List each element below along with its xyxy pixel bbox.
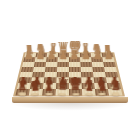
piece-far-pawn[interactable]: ♟ (80, 51, 91, 62)
square-f1[interactable]: ♝ (82, 89, 96, 95)
square-e1[interactable]: ♚ (69, 89, 82, 95)
piece-near-bishop[interactable]: ♝ (42, 79, 56, 95)
square-c1[interactable]: ♝ (42, 89, 56, 95)
chess-board: ♜♞♝♛♚♝♞♜♟♟♟♟♟♟♟♟♟♟♟♟♟♟♟♟♜♞♝♛♚♝♞♜ (13, 52, 125, 96)
rook-glyph-icon: ♜ (17, 78, 27, 94)
square-b7[interactable]: ♟ (35, 57, 47, 62)
square-d7[interactable]: ♟ (58, 57, 69, 62)
square-c6[interactable] (46, 62, 58, 67)
piece-near-knight[interactable]: ♞ (28, 80, 42, 96)
pawn-glyph-icon: ♟ (69, 47, 79, 62)
pawn-glyph-icon: ♟ (46, 47, 56, 62)
piece-near-knight[interactable]: ♞ (95, 80, 109, 95)
pawn-glyph-icon: ♟ (93, 47, 103, 62)
square-d6[interactable] (57, 62, 69, 67)
queen-glyph-icon: ♛ (56, 74, 70, 95)
pawn-glyph-icon: ♟ (24, 47, 34, 62)
square-g7[interactable]: ♟ (91, 57, 103, 62)
square-b1[interactable]: ♞ (29, 89, 43, 95)
chess-set-photo: ♜♞♝♛♚♝♞♜♟♟♟♟♟♟♟♟♟♟♟♟♟♟♟♟♜♞♝♛♚♝♞♜ (0, 0, 140, 140)
piece-far-pawn[interactable]: ♟ (68, 50, 80, 62)
piece-near-rook[interactable]: ♜ (16, 81, 29, 95)
piece-near-queen[interactable]: ♛ (55, 78, 71, 96)
square-g6[interactable] (92, 62, 104, 67)
square-h6[interactable] (103, 62, 116, 67)
piece-near-rook[interactable]: ♜ (110, 81, 123, 95)
square-c7[interactable]: ♟ (46, 57, 58, 62)
square-b6[interactable] (34, 62, 46, 67)
piece-far-pawn[interactable]: ♟ (23, 50, 35, 62)
pawn-glyph-icon: ♟ (59, 47, 69, 62)
square-e7[interactable]: ♟ (69, 57, 80, 62)
square-d1[interactable]: ♛ (56, 89, 69, 95)
pawn-glyph-icon: ♟ (104, 47, 114, 62)
knight-glyph-icon: ♞ (96, 76, 107, 94)
bishop-glyph-icon: ♝ (43, 75, 55, 94)
square-a6[interactable] (22, 62, 35, 67)
pawn-glyph-icon: ♟ (36, 47, 46, 62)
piece-far-pawn[interactable]: ♟ (46, 50, 58, 62)
board-front-edge (12, 97, 128, 103)
square-f6[interactable] (80, 62, 92, 67)
square-g1[interactable]: ♞ (95, 89, 109, 95)
square-e6[interactable] (69, 62, 81, 67)
square-h1[interactable]: ♜ (108, 89, 122, 95)
pawn-glyph-icon: ♟ (81, 47, 90, 62)
square-h7[interactable]: ♟ (102, 57, 114, 62)
square-a7[interactable]: ♟ (23, 57, 35, 62)
knight-glyph-icon: ♞ (29, 76, 41, 94)
rook-glyph-icon: ♜ (111, 78, 122, 94)
square-f7[interactable]: ♟ (80, 57, 92, 62)
piece-far-pawn[interactable]: ♟ (103, 51, 114, 63)
bishop-glyph-icon: ♝ (83, 75, 96, 94)
